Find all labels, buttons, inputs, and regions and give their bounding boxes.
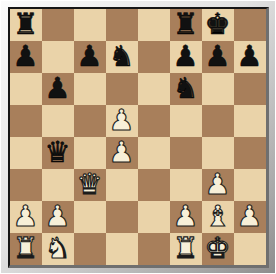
square-f5[interactable] (170, 105, 202, 137)
square-f4[interactable] (170, 137, 202, 169)
piece-black-pawn[interactable]: ♟ (205, 41, 231, 72)
square-a2[interactable]: ♟ (10, 201, 42, 233)
square-h2[interactable]: ♟ (234, 201, 266, 233)
square-g8[interactable]: ♚ (202, 9, 234, 41)
piece-white-pawn[interactable]: ♟ (45, 201, 71, 232)
square-e3[interactable] (138, 169, 170, 201)
square-e7[interactable] (138, 41, 170, 73)
square-g6[interactable] (202, 73, 234, 105)
square-h1[interactable] (234, 233, 266, 265)
square-e1[interactable] (138, 233, 170, 265)
piece-black-knight[interactable]: ♞ (109, 41, 135, 72)
square-g5[interactable] (202, 105, 234, 137)
square-b8[interactable] (42, 9, 74, 41)
square-f3[interactable] (170, 169, 202, 201)
square-b4[interactable]: ♛ (42, 137, 74, 169)
piece-white-pawn[interactable]: ♟ (205, 169, 231, 200)
square-a8[interactable]: ♜ (10, 9, 42, 41)
square-a5[interactable] (10, 105, 42, 137)
square-e2[interactable] (138, 201, 170, 233)
piece-white-pawn[interactable]: ♟ (13, 201, 39, 232)
square-d1[interactable] (106, 233, 138, 265)
square-b7[interactable] (42, 41, 74, 73)
square-c1[interactable] (74, 233, 106, 265)
piece-white-pawn[interactable]: ♟ (109, 137, 135, 168)
square-f8[interactable]: ♜ (170, 9, 202, 41)
square-b2[interactable]: ♟ (42, 201, 74, 233)
square-d2[interactable] (106, 201, 138, 233)
piece-white-king[interactable]: ♚ (205, 233, 231, 264)
square-f7[interactable]: ♟ (170, 41, 202, 73)
square-h7[interactable]: ♟ (234, 41, 266, 73)
square-d7[interactable]: ♞ (106, 41, 138, 73)
square-g3[interactable]: ♟ (202, 169, 234, 201)
square-d3[interactable] (106, 169, 138, 201)
piece-black-pawn[interactable]: ♟ (13, 41, 39, 72)
square-b5[interactable] (42, 105, 74, 137)
square-c7[interactable]: ♟ (74, 41, 106, 73)
piece-black-pawn[interactable]: ♟ (237, 41, 263, 72)
square-h8[interactable] (234, 9, 266, 41)
square-a6[interactable] (10, 73, 42, 105)
piece-white-pawn[interactable]: ♟ (173, 201, 199, 232)
piece-black-queen[interactable]: ♛ (45, 137, 71, 168)
square-c8[interactable] (74, 9, 106, 41)
square-d8[interactable] (106, 9, 138, 41)
square-e5[interactable] (138, 105, 170, 137)
square-g2[interactable]: ♝ (202, 201, 234, 233)
piece-white-rook[interactable]: ♜ (13, 233, 39, 264)
piece-white-bishop[interactable]: ♝ (205, 201, 231, 232)
piece-white-pawn[interactable]: ♟ (109, 105, 135, 136)
piece-white-pawn[interactable]: ♟ (237, 201, 263, 232)
square-g7[interactable]: ♟ (202, 41, 234, 73)
piece-black-pawn[interactable]: ♟ (45, 73, 71, 104)
square-a7[interactable]: ♟ (10, 41, 42, 73)
piece-white-rook[interactable]: ♜ (173, 233, 199, 264)
square-c3[interactable]: ♛ (74, 169, 106, 201)
square-d5[interactable]: ♟ (106, 105, 138, 137)
square-d6[interactable] (106, 73, 138, 105)
piece-black-pawn[interactable]: ♟ (77, 41, 103, 72)
square-e6[interactable] (138, 73, 170, 105)
square-c6[interactable] (74, 73, 106, 105)
piece-black-rook[interactable]: ♜ (13, 9, 39, 40)
piece-black-king[interactable]: ♚ (205, 9, 231, 40)
piece-black-rook[interactable]: ♜ (173, 9, 199, 40)
square-e8[interactable] (138, 9, 170, 41)
square-f2[interactable]: ♟ (170, 201, 202, 233)
square-a1[interactable]: ♜ (10, 233, 42, 265)
square-a3[interactable] (10, 169, 42, 201)
piece-white-knight[interactable]: ♞ (45, 233, 71, 264)
square-h6[interactable] (234, 73, 266, 105)
board-rim: ♜♜♚♟♟♞♟♟♟♟♞♟♛♟♛♟♟♟♟♝♟♜♞♜♚ (8, 7, 269, 268)
square-b6[interactable]: ♟ (42, 73, 74, 105)
square-h3[interactable] (234, 169, 266, 201)
square-b1[interactable]: ♞ (42, 233, 74, 265)
piece-black-pawn[interactable]: ♟ (173, 41, 199, 72)
square-c2[interactable] (74, 201, 106, 233)
square-g4[interactable] (202, 137, 234, 169)
piece-white-queen[interactable]: ♛ (77, 169, 103, 200)
square-f1[interactable]: ♜ (170, 233, 202, 265)
square-h5[interactable] (234, 105, 266, 137)
square-c4[interactable] (74, 137, 106, 169)
square-e4[interactable] (138, 137, 170, 169)
square-f6[interactable]: ♞ (170, 73, 202, 105)
square-g1[interactable]: ♚ (202, 233, 234, 265)
square-h4[interactable] (234, 137, 266, 169)
chess-board: ♜♜♚♟♟♞♟♟♟♟♞♟♛♟♛♟♟♟♟♝♟♜♞♜♚ (10, 9, 266, 265)
square-d4[interactable]: ♟ (106, 137, 138, 169)
square-b3[interactable] (42, 169, 74, 201)
square-c5[interactable] (74, 105, 106, 137)
piece-black-knight[interactable]: ♞ (173, 73, 199, 104)
square-a4[interactable] (10, 137, 42, 169)
board-frame: ♜♜♚♟♟♞♟♟♟♟♞♟♛♟♛♟♟♟♟♝♟♜♞♜♚ (0, 0, 276, 274)
